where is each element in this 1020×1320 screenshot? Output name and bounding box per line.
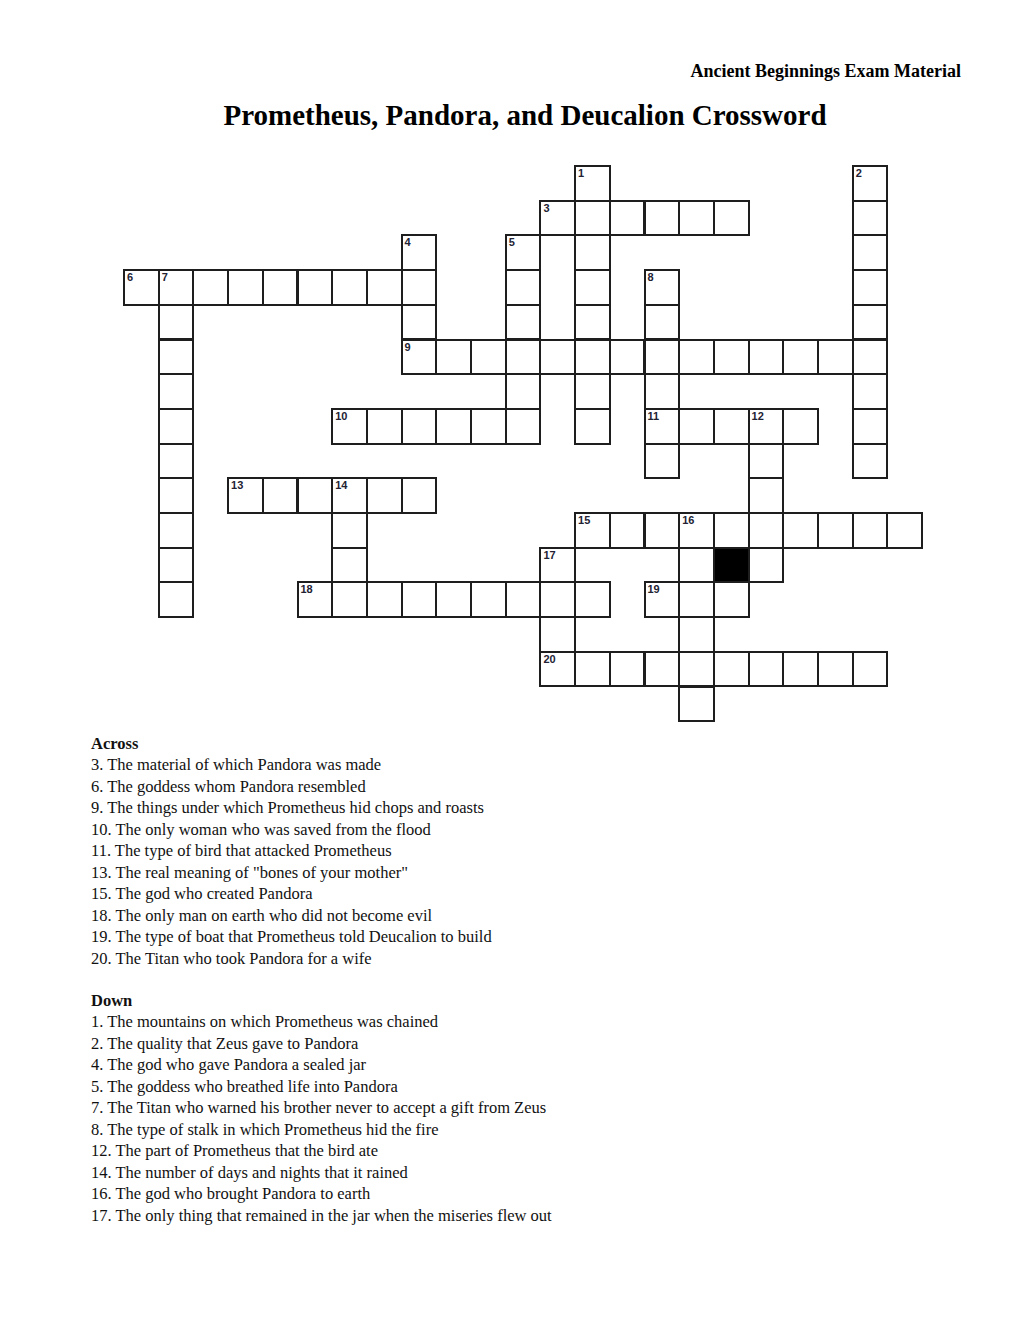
cell-number-8: 8 bbox=[648, 272, 654, 283]
grid-cell[interactable] bbox=[505, 339, 542, 376]
grid-cell[interactable] bbox=[366, 408, 403, 445]
cell-number-7: 7 bbox=[162, 272, 168, 283]
cell-number-13: 13 bbox=[231, 480, 243, 491]
grid-cell[interactable]: 13 bbox=[227, 477, 264, 514]
grid-cell[interactable] bbox=[297, 477, 334, 514]
grid-cell[interactable]: 1 bbox=[574, 165, 611, 202]
grid-cell[interactable] bbox=[435, 339, 472, 376]
down-clue-5: 5. The goddess who breathed life into Pa… bbox=[91, 1076, 552, 1097]
cell-number-2: 2 bbox=[856, 168, 862, 179]
grid-cell[interactable] bbox=[713, 339, 750, 376]
grid-cell[interactable]: 20 bbox=[539, 651, 576, 688]
grid-cell[interactable] bbox=[782, 408, 819, 445]
grid-cell[interactable] bbox=[678, 408, 715, 445]
grid-cell[interactable] bbox=[574, 234, 611, 271]
grid-cell[interactable] bbox=[713, 200, 750, 237]
grid-cell[interactable]: 5 bbox=[505, 234, 542, 271]
grid-cell[interactable] bbox=[644, 443, 681, 480]
grid-cell[interactable] bbox=[817, 651, 854, 688]
grid-cell[interactable] bbox=[331, 269, 368, 306]
grid-cell[interactable] bbox=[331, 581, 368, 618]
worksheet-page: Ancient Beginnings Exam Material Prometh… bbox=[0, 0, 1020, 1320]
grid-cell[interactable] bbox=[852, 408, 889, 445]
grid-cell[interactable] bbox=[748, 512, 785, 549]
grid-cell[interactable] bbox=[331, 547, 368, 584]
grid-cell[interactable] bbox=[748, 477, 785, 514]
grid-cell[interactable] bbox=[401, 269, 438, 306]
grid-cell[interactable] bbox=[609, 339, 646, 376]
across-clue-18: 18. The only man on earth who did not be… bbox=[91, 905, 492, 926]
cell-number-9: 9 bbox=[405, 342, 411, 353]
grid-cell[interactable] bbox=[852, 443, 889, 480]
grid-cell[interactable] bbox=[748, 651, 785, 688]
grid-cell[interactable] bbox=[262, 477, 299, 514]
across-header: Across bbox=[91, 733, 492, 754]
grid-cell[interactable]: 11 bbox=[644, 408, 681, 445]
grid-cell[interactable] bbox=[574, 373, 611, 410]
grid-cell[interactable]: 7 bbox=[158, 269, 195, 306]
cell-number-17: 17 bbox=[543, 550, 555, 561]
down-clue-4: 4. The god who gave Pandora a sealed jar bbox=[91, 1054, 552, 1075]
grid-cell[interactable] bbox=[713, 512, 750, 549]
grid-cell[interactable] bbox=[574, 304, 611, 341]
page-title: Prometheus, Pandora, and Deucalion Cross… bbox=[30, 99, 1020, 132]
cell-number-16: 16 bbox=[682, 515, 694, 526]
across-clue-15: 15. The god who created Pandora bbox=[91, 883, 492, 904]
grid-cell[interactable]: 2 bbox=[852, 165, 889, 202]
grid-cell[interactable] bbox=[158, 373, 195, 410]
grid-cell[interactable] bbox=[192, 269, 229, 306]
cell-number-12: 12 bbox=[752, 411, 764, 422]
grid-cell[interactable] bbox=[782, 339, 819, 376]
grid-cell[interactable] bbox=[158, 547, 195, 584]
grid-cell[interactable] bbox=[227, 269, 264, 306]
grid-cell[interactable] bbox=[435, 408, 472, 445]
cell-number-3: 3 bbox=[543, 203, 549, 214]
down-clue-list: 1. The mountains on which Prometheus was… bbox=[91, 1011, 552, 1226]
grid-cell[interactable] bbox=[886, 512, 923, 549]
grid-cell[interactable]: 8 bbox=[644, 269, 681, 306]
cell-number-1: 1 bbox=[578, 168, 584, 179]
grid-cell[interactable] bbox=[609, 651, 646, 688]
grid-cell[interactable] bbox=[574, 581, 611, 618]
across-clue-11: 11. The type of bird that attacked Prome… bbox=[91, 840, 492, 861]
grid-cell[interactable] bbox=[748, 339, 785, 376]
grid-cell[interactable] bbox=[470, 581, 507, 618]
grid-cell[interactable] bbox=[852, 512, 889, 549]
grid-cell[interactable] bbox=[574, 200, 611, 237]
grid-cell[interactable] bbox=[713, 651, 750, 688]
cell-number-5: 5 bbox=[509, 237, 515, 248]
grid-cell[interactable]: 18 bbox=[297, 581, 334, 618]
exam-material-label: Ancient Beginnings Exam Material bbox=[691, 61, 962, 82]
grid-cell[interactable] bbox=[435, 581, 472, 618]
grid-cell[interactable] bbox=[401, 408, 438, 445]
down-clue-16: 16. The god who brought Pandora to earth bbox=[91, 1183, 552, 1204]
down-clue-8: 8. The type of stalk in which Prometheus… bbox=[91, 1119, 552, 1140]
grid-cell[interactable] bbox=[644, 373, 681, 410]
grid-cell[interactable] bbox=[366, 477, 403, 514]
grid-cell[interactable] bbox=[158, 408, 195, 445]
down-clue-12: 12. The part of Prometheus that the bird… bbox=[91, 1140, 552, 1161]
grid-cell[interactable]: 6 bbox=[123, 269, 160, 306]
across-clue-13: 13. The real meaning of "bones of your m… bbox=[91, 862, 492, 883]
cell-number-15: 15 bbox=[578, 515, 590, 526]
grid-cell[interactable] bbox=[609, 512, 646, 549]
grid-cell[interactable]: 19 bbox=[644, 581, 681, 618]
grid-cell[interactable] bbox=[331, 512, 368, 549]
grid-cell[interactable] bbox=[574, 408, 611, 445]
grid-cell[interactable] bbox=[158, 339, 195, 376]
down-clues-section: Down 1. The mountains on which Prometheu… bbox=[91, 990, 552, 1226]
down-clue-14: 14. The number of days and nights that i… bbox=[91, 1162, 552, 1183]
down-clue-2: 2. The quality that Zeus gave to Pandora bbox=[91, 1033, 552, 1054]
grid-cell[interactable] bbox=[678, 651, 715, 688]
grid-cell[interactable] bbox=[678, 547, 715, 584]
across-clue-3: 3. The material of which Pandora was mad… bbox=[91, 754, 492, 775]
grid-cell[interactable] bbox=[158, 512, 195, 549]
grid-cell[interactable] bbox=[748, 547, 785, 584]
across-clue-list: 3. The material of which Pandora was mad… bbox=[91, 754, 492, 969]
grid-cell[interactable] bbox=[782, 651, 819, 688]
crossword-grid: 1234567891011121314151617181920 bbox=[123, 165, 924, 723]
across-clue-19: 19. The type of boat that Prometheus tol… bbox=[91, 926, 492, 947]
grid-cell[interactable] bbox=[748, 443, 785, 480]
grid-cell[interactable] bbox=[609, 200, 646, 237]
grid-cell[interactable] bbox=[574, 651, 611, 688]
grid-cell[interactable]: 10 bbox=[331, 408, 368, 445]
grid-cell[interactable] bbox=[644, 512, 681, 549]
grid-cell[interactable] bbox=[539, 339, 576, 376]
grid-cell[interactable] bbox=[852, 651, 889, 688]
grid-cell[interactable] bbox=[505, 581, 542, 618]
grid-cell[interactable]: 3 bbox=[539, 200, 576, 237]
grid-cell[interactable] bbox=[817, 512, 854, 549]
grid-cell[interactable] bbox=[505, 269, 542, 306]
grid-cell[interactable]: 14 bbox=[331, 477, 368, 514]
grid-cell[interactable] bbox=[539, 616, 576, 653]
across-clue-10: 10. The only woman who was saved from th… bbox=[91, 819, 492, 840]
grid-cell[interactable] bbox=[262, 269, 299, 306]
grid-cell[interactable] bbox=[644, 339, 681, 376]
grid-cell[interactable] bbox=[574, 339, 611, 376]
grid-cell[interactable] bbox=[713, 581, 750, 618]
cell-number-18: 18 bbox=[301, 584, 313, 595]
grid-cell[interactable]: 15 bbox=[574, 512, 611, 549]
across-clue-20: 20. The Titan who took Pandora for a wif… bbox=[91, 948, 492, 969]
grid-cell[interactable] bbox=[574, 269, 611, 306]
down-clue-1: 1. The mountains on which Prometheus was… bbox=[91, 1011, 552, 1032]
across-clue-6: 6. The goddess whom Pandora resembled bbox=[91, 776, 492, 797]
grid-cell[interactable]: 12 bbox=[748, 408, 785, 445]
grid-cell[interactable] bbox=[505, 373, 542, 410]
grid-cell[interactable] bbox=[782, 512, 819, 549]
grid-cell[interactable] bbox=[713, 408, 750, 445]
grid-cell[interactable] bbox=[852, 200, 889, 237]
grid-cell[interactable] bbox=[158, 581, 195, 618]
grid-cell[interactable] bbox=[470, 339, 507, 376]
grid-cell[interactable] bbox=[401, 477, 438, 514]
cell-number-14: 14 bbox=[335, 480, 347, 491]
grid-cell[interactable]: 17 bbox=[539, 547, 576, 584]
grid-cell[interactable] bbox=[678, 581, 715, 618]
down-clue-17: 17. The only thing that remained in the … bbox=[91, 1205, 552, 1226]
grid-cell[interactable] bbox=[366, 581, 403, 618]
grid-cell[interactable] bbox=[852, 304, 889, 341]
cell-number-11: 11 bbox=[648, 411, 660, 422]
grid-cell[interactable] bbox=[817, 339, 854, 376]
across-clues-section: Across 3. The material of which Pandora … bbox=[91, 733, 492, 969]
grid-cell[interactable] bbox=[158, 477, 195, 514]
grid-cell[interactable] bbox=[852, 373, 889, 410]
black-cell bbox=[713, 547, 750, 584]
grid-cell[interactable] bbox=[470, 408, 507, 445]
grid-cell[interactable] bbox=[678, 616, 715, 653]
grid-cell[interactable] bbox=[366, 269, 403, 306]
cell-number-4: 4 bbox=[405, 237, 411, 248]
cell-number-6: 6 bbox=[127, 272, 133, 283]
grid-cell[interactable] bbox=[852, 234, 889, 271]
across-clue-9: 9. The things under which Prometheus hid… bbox=[91, 797, 492, 818]
grid-cell[interactable] bbox=[158, 304, 195, 341]
grid-cell[interactable] bbox=[539, 581, 576, 618]
grid-cell[interactable]: 16 bbox=[678, 512, 715, 549]
cell-number-20: 20 bbox=[543, 654, 555, 665]
grid-cell[interactable]: 9 bbox=[401, 339, 438, 376]
grid-cell[interactable] bbox=[644, 651, 681, 688]
cell-number-10: 10 bbox=[335, 411, 347, 422]
grid-cell[interactable] bbox=[158, 443, 195, 480]
grid-cell[interactable]: 4 bbox=[401, 234, 438, 271]
grid-cell[interactable] bbox=[852, 339, 889, 376]
grid-cell[interactable] bbox=[505, 304, 542, 341]
down-header: Down bbox=[91, 990, 552, 1011]
grid-cell[interactable] bbox=[401, 581, 438, 618]
grid-cell[interactable] bbox=[644, 304, 681, 341]
grid-cell[interactable] bbox=[644, 200, 681, 237]
grid-cell[interactable] bbox=[505, 408, 542, 445]
grid-cell[interactable] bbox=[401, 304, 438, 341]
grid-cell[interactable] bbox=[678, 686, 715, 723]
grid-cell[interactable] bbox=[678, 200, 715, 237]
grid-cell[interactable] bbox=[852, 269, 889, 306]
grid-cell[interactable] bbox=[678, 339, 715, 376]
cell-number-19: 19 bbox=[648, 584, 660, 595]
down-clue-7: 7. The Titan who warned his brother neve… bbox=[91, 1097, 552, 1118]
grid-cell[interactable] bbox=[297, 269, 334, 306]
